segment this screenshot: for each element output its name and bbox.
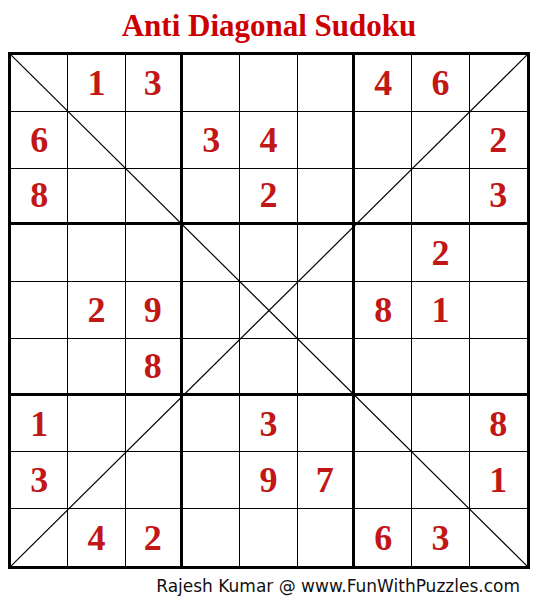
cell-r7c6[interactable] [298, 396, 355, 453]
cell-r2c4[interactable]: 3 [183, 112, 240, 169]
cell-r2c7[interactable] [355, 112, 412, 169]
cell-r5c9[interactable] [470, 282, 527, 339]
cell-r5c3[interactable]: 9 [126, 282, 183, 339]
page-title: Anti Diagonal Sudoku [0, 8, 538, 44]
cell-r6c1[interactable] [11, 339, 68, 396]
cell-r7c3[interactable] [126, 396, 183, 453]
cell-r9c7[interactable]: 6 [355, 509, 412, 566]
cell-r4c9[interactable] [470, 225, 527, 282]
cell-r8c1[interactable]: 3 [11, 452, 68, 509]
cell-r7c4[interactable] [183, 396, 240, 453]
cell-r4c4[interactable] [183, 225, 240, 282]
cell-r3c5[interactable]: 2 [240, 169, 297, 226]
cell-r2c6[interactable] [298, 112, 355, 169]
cell-r9c6[interactable] [298, 509, 355, 566]
cell-r8c9[interactable]: 1 [470, 452, 527, 509]
cell-r9c2[interactable]: 4 [68, 509, 125, 566]
cell-r1c6[interactable] [298, 55, 355, 112]
cell-r4c1[interactable] [11, 225, 68, 282]
cell-r6c2[interactable] [68, 339, 125, 396]
cell-r5c6[interactable] [298, 282, 355, 339]
cell-r9c1[interactable] [11, 509, 68, 566]
cell-r3c8[interactable] [412, 169, 469, 226]
cell-r9c4[interactable] [183, 509, 240, 566]
cell-r6c8[interactable] [412, 339, 469, 396]
cell-r6c5[interactable] [240, 339, 297, 396]
cell-r2c2[interactable] [68, 112, 125, 169]
cell-r4c3[interactable] [126, 225, 183, 282]
cell-r8c5[interactable]: 9 [240, 452, 297, 509]
cell-r2c1[interactable]: 6 [11, 112, 68, 169]
cell-r1c8[interactable]: 6 [412, 55, 469, 112]
cell-r9c3[interactable]: 2 [126, 509, 183, 566]
cell-r4c7[interactable] [355, 225, 412, 282]
cell-r1c4[interactable] [183, 55, 240, 112]
cell-r8c4[interactable] [183, 452, 240, 509]
sudoku-board: 1346634282322981813839714263 [8, 52, 530, 569]
cell-r6c6[interactable] [298, 339, 355, 396]
cell-r4c6[interactable] [298, 225, 355, 282]
cell-r2c5[interactable]: 4 [240, 112, 297, 169]
cell-r9c5[interactable] [240, 509, 297, 566]
cell-r8c8[interactable] [412, 452, 469, 509]
cell-r5c2[interactable]: 2 [68, 282, 125, 339]
cell-r3c4[interactable] [183, 169, 240, 226]
cell-r9c9[interactable] [470, 509, 527, 566]
cell-r4c8[interactable]: 2 [412, 225, 469, 282]
cell-r4c5[interactable] [240, 225, 297, 282]
cell-r5c5[interactable] [240, 282, 297, 339]
cell-r6c9[interactable] [470, 339, 527, 396]
cell-r3c3[interactable] [126, 169, 183, 226]
cell-r5c1[interactable] [11, 282, 68, 339]
cell-r1c7[interactable]: 4 [355, 55, 412, 112]
cell-r8c6[interactable]: 7 [298, 452, 355, 509]
cell-r7c1[interactable]: 1 [11, 396, 68, 453]
cell-r2c9[interactable]: 2 [470, 112, 527, 169]
cell-r7c8[interactable] [412, 396, 469, 453]
cell-r3c2[interactable] [68, 169, 125, 226]
cell-r7c2[interactable] [68, 396, 125, 453]
cell-r8c3[interactable] [126, 452, 183, 509]
cell-r2c8[interactable] [412, 112, 469, 169]
credit-line: Rajesh Kumar @ www.FunWithPuzzles.com [8, 576, 530, 596]
cell-r1c9[interactable] [470, 55, 527, 112]
cell-r5c8[interactable]: 1 [412, 282, 469, 339]
cell-r3c9[interactable]: 3 [470, 169, 527, 226]
cell-r5c7[interactable]: 8 [355, 282, 412, 339]
cell-r4c2[interactable] [68, 225, 125, 282]
cell-r7c9[interactable]: 8 [470, 396, 527, 453]
cell-r1c3[interactable]: 3 [126, 55, 183, 112]
cell-r3c7[interactable] [355, 169, 412, 226]
cell-r6c4[interactable] [183, 339, 240, 396]
cell-r1c1[interactable] [11, 55, 68, 112]
cell-r3c1[interactable]: 8 [11, 169, 68, 226]
cell-r6c3[interactable]: 8 [126, 339, 183, 396]
cell-r8c7[interactable] [355, 452, 412, 509]
cell-r1c5[interactable] [240, 55, 297, 112]
cell-r7c7[interactable] [355, 396, 412, 453]
cell-r6c7[interactable] [355, 339, 412, 396]
cell-r7c5[interactable]: 3 [240, 396, 297, 453]
cell-r3c6[interactable] [298, 169, 355, 226]
cell-r8c2[interactable] [68, 452, 125, 509]
cell-r5c4[interactable] [183, 282, 240, 339]
cell-r1c2[interactable]: 1 [68, 55, 125, 112]
cell-r2c3[interactable] [126, 112, 183, 169]
cell-r9c8[interactable]: 3 [412, 509, 469, 566]
